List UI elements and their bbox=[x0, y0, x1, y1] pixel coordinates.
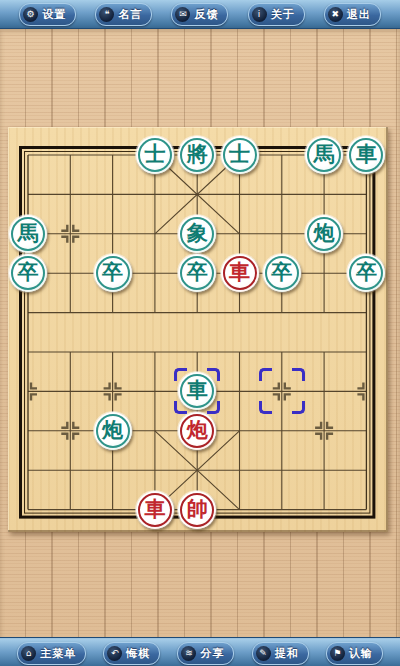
piece-green-cannon[interactable]: 炮 bbox=[94, 412, 132, 450]
bottom-toolbar: ⌂ 主菜单 ↶ 悔棋 ≋ 分享 ✎ 提和 ⚑ 认输 bbox=[0, 638, 400, 666]
piece-glyph: 車 bbox=[187, 376, 208, 404]
piece-glyph: 卒 bbox=[271, 258, 292, 286]
xiangqi-board[interactable]: 士將士馬車馬象炮卒卒卒車卒卒車炮炮車帥 bbox=[8, 127, 388, 532]
main-menu-button[interactable]: ⌂ 主菜单 bbox=[17, 642, 86, 665]
about-button[interactable]: i 关于 bbox=[248, 3, 305, 26]
piece-green-advisor[interactable]: 士 bbox=[136, 136, 174, 174]
settings-button[interactable]: ⚙ 设置 bbox=[19, 3, 76, 26]
piece-glyph: 將 bbox=[187, 140, 208, 168]
piece-glyph: 帥 bbox=[187, 495, 208, 523]
piece-glyph: 車 bbox=[144, 495, 165, 523]
piece-glyph: 卒 bbox=[187, 258, 208, 286]
home-icon: ⌂ bbox=[21, 646, 36, 661]
piece-green-general[interactable]: 將 bbox=[178, 136, 216, 174]
resign-button[interactable]: ⚑ 认输 bbox=[326, 642, 383, 665]
piece-red-chariot[interactable]: 車 bbox=[221, 254, 259, 292]
piece-glyph: 象 bbox=[187, 219, 208, 247]
offer-draw-button[interactable]: ✎ 提和 bbox=[252, 642, 309, 665]
piece-red-cannon[interactable]: 炮 bbox=[178, 412, 216, 450]
exit-button-label: 退出 bbox=[347, 7, 371, 22]
undo-move-button[interactable]: ↶ 悔棋 bbox=[103, 642, 160, 665]
piece-green-elephant[interactable]: 象 bbox=[178, 215, 216, 253]
flag-icon: ⚑ bbox=[330, 646, 345, 661]
share-button-label: 分享 bbox=[200, 646, 224, 661]
piece-green-advisor[interactable]: 士 bbox=[221, 136, 259, 174]
piece-glyph: 馬 bbox=[18, 219, 39, 247]
piece-glyph: 卒 bbox=[356, 258, 377, 286]
mail-icon: ✉ bbox=[175, 7, 190, 22]
piece-glyph: 馬 bbox=[314, 140, 335, 168]
share-icon: ≋ bbox=[181, 646, 196, 661]
piece-green-horse[interactable]: 馬 bbox=[9, 215, 47, 253]
settings-button-label: 设置 bbox=[42, 7, 66, 22]
share-button[interactable]: ≋ 分享 bbox=[177, 642, 234, 665]
piece-green-soldier[interactable]: 卒 bbox=[9, 254, 47, 292]
piece-glyph: 卒 bbox=[102, 258, 123, 286]
top-toolbar: ⚙ 设置 ❝ 名言 ✉ 反馈 i 关于 ✖ 退出 bbox=[0, 0, 400, 29]
speech-bubble-icon: ❝ bbox=[99, 7, 114, 22]
feedback-button[interactable]: ✉ 反馈 bbox=[171, 3, 228, 26]
resign-button-label: 认输 bbox=[349, 646, 373, 661]
piece-glyph: 車 bbox=[229, 258, 250, 286]
piece-green-horse[interactable]: 馬 bbox=[305, 136, 343, 174]
main-menu-button-label: 主菜单 bbox=[40, 646, 76, 661]
feedback-button-label: 反馈 bbox=[194, 7, 218, 22]
offer-draw-button-label: 提和 bbox=[275, 646, 299, 661]
piece-green-soldier[interactable]: 卒 bbox=[94, 254, 132, 292]
undo-icon: ↶ bbox=[107, 646, 122, 661]
quotes-button-label: 名言 bbox=[118, 7, 142, 22]
piece-glyph: 炮 bbox=[102, 416, 123, 444]
piece-glyph: 卒 bbox=[18, 258, 39, 286]
gear-icon: ⚙ bbox=[23, 7, 38, 22]
piece-glyph: 炮 bbox=[314, 219, 335, 247]
pencil-icon: ✎ bbox=[256, 646, 271, 661]
piece-red-chariot[interactable]: 車 bbox=[136, 491, 174, 529]
about-button-label: 关于 bbox=[271, 7, 295, 22]
piece-green-cannon[interactable]: 炮 bbox=[305, 215, 343, 253]
close-icon: ✖ bbox=[328, 7, 343, 22]
piece-green-soldier[interactable]: 卒 bbox=[263, 254, 301, 292]
piece-glyph: 士 bbox=[229, 140, 250, 168]
undo-move-button-label: 悔棋 bbox=[126, 646, 150, 661]
quotes-button[interactable]: ❝ 名言 bbox=[95, 3, 152, 26]
board-grid bbox=[8, 127, 388, 532]
piece-red-king[interactable]: 帥 bbox=[178, 491, 216, 529]
piece-glyph: 士 bbox=[144, 140, 165, 168]
piece-glyph: 炮 bbox=[187, 416, 208, 444]
info-icon: i bbox=[252, 7, 267, 22]
exit-button[interactable]: ✖ 退出 bbox=[324, 3, 381, 26]
piece-glyph: 車 bbox=[356, 140, 377, 168]
